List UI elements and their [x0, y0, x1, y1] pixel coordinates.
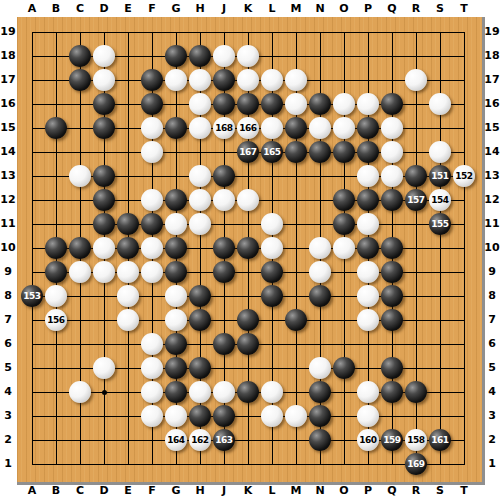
white-stone-M3[interactable]	[285, 405, 307, 427]
black-stone-R12[interactable]: 157	[405, 189, 427, 211]
row-label-left-6: 6	[0, 338, 17, 350]
column-label-bottom-D: D	[95, 485, 113, 497]
black-stone-G5[interactable]	[165, 357, 187, 379]
black-stone-F16[interactable]	[141, 93, 163, 115]
black-stone-S11[interactable]: 155	[429, 213, 451, 235]
white-stone-P16[interactable]	[357, 93, 379, 115]
move-number-label: 155	[431, 220, 448, 229]
white-stone-F14[interactable]	[141, 141, 163, 163]
white-stone-F9[interactable]	[141, 261, 163, 283]
black-stone-O12[interactable]	[333, 189, 355, 211]
white-stone-N10[interactable]	[309, 237, 331, 259]
column-label-top-G: G	[167, 3, 185, 15]
column-label-bottom-G: G	[167, 485, 185, 497]
white-stone-D18[interactable]	[93, 45, 115, 67]
black-stone-F11[interactable]	[141, 213, 163, 235]
white-stone-J4[interactable]	[213, 381, 235, 403]
white-stone-D10[interactable]	[93, 237, 115, 259]
white-stone-O10[interactable]	[333, 237, 355, 259]
black-stone-O5[interactable]	[333, 357, 355, 379]
white-stone-P3[interactable]	[357, 405, 379, 427]
white-stone-G7[interactable]	[165, 309, 187, 331]
black-stone-C17[interactable]	[69, 69, 91, 91]
white-stone-G3[interactable]	[165, 405, 187, 427]
black-stone-B9[interactable]	[45, 261, 67, 283]
move-number-label: 165	[263, 148, 280, 157]
white-stone-J12[interactable]	[213, 189, 235, 211]
move-number-label: 156	[47, 316, 64, 325]
column-label-top-P: P	[359, 3, 377, 15]
black-stone-C18[interactable]	[69, 45, 91, 67]
white-stone-H15[interactable]	[189, 117, 211, 139]
black-stone-D16[interactable]	[93, 93, 115, 115]
black-stone-K10[interactable]	[237, 237, 259, 259]
move-number-label: 164	[167, 436, 184, 445]
white-stone-L4[interactable]	[261, 381, 283, 403]
white-stone-F3[interactable]	[141, 405, 163, 427]
black-stone-L16[interactable]	[261, 93, 283, 115]
black-stone-G9[interactable]	[165, 261, 187, 283]
black-stone-K4[interactable]	[237, 381, 259, 403]
white-stone-P8[interactable]	[357, 285, 379, 307]
column-label-bottom-H: H	[191, 485, 209, 497]
column-label-top-H: H	[191, 3, 209, 15]
row-label-left-1: 1	[0, 458, 17, 470]
black-stone-Q4[interactable]	[381, 381, 403, 403]
move-number-label: 159	[383, 436, 400, 445]
white-stone-H4[interactable]	[189, 381, 211, 403]
white-stone-E8[interactable]	[117, 285, 139, 307]
row-label-left-12: 12	[0, 194, 17, 206]
column-label-top-B: B	[47, 3, 65, 15]
white-stone-K18[interactable]	[237, 45, 259, 67]
white-stone-F15[interactable]	[141, 117, 163, 139]
column-label-top-T: T	[455, 3, 473, 15]
black-stone-J10[interactable]	[213, 237, 235, 259]
column-label-top-S: S	[431, 3, 449, 15]
white-stone-P9[interactable]	[357, 261, 379, 283]
move-number-label: 154	[431, 196, 448, 205]
white-stone-N5[interactable]	[309, 357, 331, 379]
row-label-left-5: 5	[0, 362, 17, 374]
white-stone-N15[interactable]	[309, 117, 331, 139]
black-stone-C10[interactable]	[69, 237, 91, 259]
black-stone-B10[interactable]	[45, 237, 67, 259]
black-stone-J13[interactable]	[213, 165, 235, 187]
column-label-bottom-N: N	[311, 485, 329, 497]
column-label-bottom-Q: Q	[383, 485, 401, 497]
black-stone-Q5[interactable]	[381, 357, 403, 379]
white-stone-P13[interactable]	[357, 165, 379, 187]
black-stone-M15[interactable]	[285, 117, 307, 139]
column-label-top-D: D	[95, 3, 113, 15]
go-app-window: ABCDEFGHJKLMNOPQRST ABCDEFGHJKLMNOPQRST …	[0, 0, 500, 500]
column-label-bottom-R: R	[407, 485, 425, 497]
white-stone-S14[interactable]	[429, 141, 451, 163]
row-label-right-4: 4	[483, 386, 500, 398]
row-label-right-16: 16	[483, 98, 500, 110]
black-stone-O11[interactable]	[333, 213, 355, 235]
row-label-left-10: 10	[0, 242, 17, 254]
move-number-label: 151	[431, 172, 448, 181]
black-stone-N16[interactable]	[309, 93, 331, 115]
row-label-left-18: 18	[0, 50, 17, 62]
black-stone-J16[interactable]	[213, 93, 235, 115]
row-label-left-2: 2	[0, 434, 17, 446]
column-label-bottom-P: P	[359, 485, 377, 497]
column-label-bottom-O: O	[335, 485, 353, 497]
row-label-right-2: 2	[483, 434, 500, 446]
row-label-right-3: 3	[483, 410, 500, 422]
black-stone-Q10[interactable]	[381, 237, 403, 259]
move-number-label: 167	[239, 148, 256, 157]
black-stone-G10[interactable]	[165, 237, 187, 259]
row-label-right-8: 8	[483, 290, 500, 302]
white-stone-K15[interactable]: 166	[237, 117, 259, 139]
white-stone-G2[interactable]: 164	[165, 429, 187, 451]
white-stone-M16[interactable]	[285, 93, 307, 115]
black-stone-L8[interactable]	[261, 285, 283, 307]
row-label-right-13: 13	[483, 170, 500, 182]
row-label-left-16: 16	[0, 98, 17, 110]
black-stone-L9[interactable]	[261, 261, 283, 283]
black-stone-G15[interactable]	[165, 117, 187, 139]
black-stone-H5[interactable]	[189, 357, 211, 379]
column-label-top-J: J	[215, 3, 233, 15]
white-stone-T13[interactable]: 152	[453, 165, 475, 187]
black-stone-L14[interactable]: 165	[261, 141, 283, 163]
column-label-bottom-E: E	[119, 485, 137, 497]
column-label-bottom-M: M	[287, 485, 305, 497]
white-stone-K12[interactable]	[237, 189, 259, 211]
black-stone-Q2[interactable]: 159	[381, 429, 403, 451]
black-stone-S13[interactable]: 151	[429, 165, 451, 187]
row-label-left-17: 17	[0, 74, 17, 86]
white-stone-L10[interactable]	[261, 237, 283, 259]
white-stone-E9[interactable]	[117, 261, 139, 283]
column-label-top-R: R	[407, 3, 425, 15]
black-stone-H8[interactable]	[189, 285, 211, 307]
go-board[interactable]: 1681661671651511521571541551531561641621…	[17, 17, 485, 485]
column-label-top-N: N	[311, 3, 329, 15]
black-stone-Q8[interactable]	[381, 285, 403, 307]
white-stone-N9[interactable]	[309, 261, 331, 283]
black-stone-Q16[interactable]	[381, 93, 403, 115]
row-label-right-17: 17	[483, 74, 500, 86]
white-stone-H17[interactable]	[189, 69, 211, 91]
white-stone-L11[interactable]	[261, 213, 283, 235]
black-stone-K7[interactable]	[237, 309, 259, 331]
white-stone-O15[interactable]	[333, 117, 355, 139]
row-label-left-4: 4	[0, 386, 17, 398]
black-stone-K6[interactable]	[237, 333, 259, 355]
black-stone-M14[interactable]	[285, 141, 307, 163]
white-stone-D17[interactable]	[93, 69, 115, 91]
white-stone-P4[interactable]	[357, 381, 379, 403]
move-number-label: 169	[407, 460, 424, 469]
row-label-right-15: 15	[483, 122, 500, 134]
black-stone-Q9[interactable]	[381, 261, 403, 283]
black-stone-E11[interactable]	[117, 213, 139, 235]
black-stone-B15[interactable]	[45, 117, 67, 139]
black-stone-J6[interactable]	[213, 333, 235, 355]
black-stone-G18[interactable]	[165, 45, 187, 67]
hoshi-point	[102, 390, 107, 395]
row-label-right-18: 18	[483, 50, 500, 62]
black-stone-D13[interactable]	[93, 165, 115, 187]
column-label-top-F: F	[143, 3, 161, 15]
black-stone-S2[interactable]: 161	[429, 429, 451, 451]
white-stone-S12[interactable]: 154	[429, 189, 451, 211]
white-stone-H13[interactable]	[189, 165, 211, 187]
black-stone-M7[interactable]	[285, 309, 307, 331]
black-stone-N4[interactable]	[309, 381, 331, 403]
row-label-right-6: 6	[483, 338, 500, 350]
row-label-right-10: 10	[483, 242, 500, 254]
black-stone-P14[interactable]	[357, 141, 379, 163]
black-stone-Q7[interactable]	[381, 309, 403, 331]
move-number-label: 162	[191, 436, 208, 445]
white-stone-P11[interactable]	[357, 213, 379, 235]
white-stone-M17[interactable]	[285, 69, 307, 91]
white-stone-L3[interactable]	[261, 405, 283, 427]
white-stone-Q15[interactable]	[381, 117, 403, 139]
move-number-label: 166	[239, 124, 256, 133]
white-stone-H11[interactable]	[189, 213, 211, 235]
move-number-label: 160	[359, 436, 376, 445]
column-label-bottom-J: J	[215, 485, 233, 497]
row-label-left-9: 9	[0, 266, 17, 278]
row-label-left-3: 3	[0, 410, 17, 422]
white-stone-R2[interactable]: 158	[405, 429, 427, 451]
move-number-label: 158	[407, 436, 424, 445]
black-stone-P12[interactable]	[357, 189, 379, 211]
move-number-label: 157	[407, 196, 424, 205]
black-stone-P15[interactable]	[357, 117, 379, 139]
white-stone-F4[interactable]	[141, 381, 163, 403]
move-number-label: 161	[431, 436, 448, 445]
move-number-label: 163	[215, 436, 232, 445]
row-label-left-13: 13	[0, 170, 17, 182]
white-stone-F10[interactable]	[141, 237, 163, 259]
row-label-left-11: 11	[0, 218, 17, 230]
black-stone-N14[interactable]	[309, 141, 331, 163]
white-stone-D5[interactable]	[93, 357, 115, 379]
black-stone-N8[interactable]	[309, 285, 331, 307]
black-stone-G12[interactable]	[165, 189, 187, 211]
column-label-top-A: A	[23, 3, 41, 15]
column-label-bottom-S: S	[431, 485, 449, 497]
black-stone-D11[interactable]	[93, 213, 115, 235]
white-stone-F12[interactable]	[141, 189, 163, 211]
row-label-left-8: 8	[0, 290, 17, 302]
black-stone-R1[interactable]: 169	[405, 453, 427, 475]
row-label-left-7: 7	[0, 314, 17, 326]
white-stone-G17[interactable]	[165, 69, 187, 91]
column-label-bottom-A: A	[23, 485, 41, 497]
white-stone-E7[interactable]	[117, 309, 139, 331]
black-stone-J2[interactable]: 163	[213, 429, 235, 451]
column-label-top-Q: Q	[383, 3, 401, 15]
row-label-right-19: 19	[483, 26, 500, 38]
row-label-right-11: 11	[483, 218, 500, 230]
black-stone-F17[interactable]	[141, 69, 163, 91]
white-stone-J18[interactable]	[213, 45, 235, 67]
row-label-right-14: 14	[483, 146, 500, 158]
white-stone-G11[interactable]	[165, 213, 187, 235]
black-stone-E10[interactable]	[117, 237, 139, 259]
white-stone-H12[interactable]	[189, 189, 211, 211]
black-stone-A8[interactable]: 153	[21, 285, 43, 307]
row-label-left-15: 15	[0, 122, 17, 134]
row-label-right-7: 7	[483, 314, 500, 326]
white-stone-Q13[interactable]	[381, 165, 403, 187]
column-label-bottom-B: B	[47, 485, 65, 497]
white-stone-K17[interactable]	[237, 69, 259, 91]
white-stone-B7[interactable]: 156	[45, 309, 67, 331]
column-label-bottom-F: F	[143, 485, 161, 497]
black-stone-H3[interactable]	[189, 405, 211, 427]
row-label-right-12: 12	[483, 194, 500, 206]
column-label-bottom-L: L	[263, 485, 281, 497]
white-stone-P2[interactable]: 160	[357, 429, 379, 451]
black-stone-Q12[interactable]	[381, 189, 403, 211]
black-stone-G4[interactable]	[165, 381, 187, 403]
column-label-top-M: M	[287, 3, 305, 15]
black-stone-H7[interactable]	[189, 309, 211, 331]
white-stone-C9[interactable]	[69, 261, 91, 283]
move-number-label: 152	[455, 172, 472, 181]
column-label-top-E: E	[119, 3, 137, 15]
white-stone-G8[interactable]	[165, 285, 187, 307]
column-label-top-C: C	[71, 3, 89, 15]
white-stone-L15[interactable]	[261, 117, 283, 139]
column-label-top-K: K	[239, 3, 257, 15]
white-stone-P7[interactable]	[357, 309, 379, 331]
black-stone-R13[interactable]	[405, 165, 427, 187]
row-label-left-14: 14	[0, 146, 17, 158]
black-stone-P10[interactable]	[357, 237, 379, 259]
black-stone-D12[interactable]	[93, 189, 115, 211]
row-label-right-9: 9	[483, 266, 500, 278]
white-stone-R17[interactable]	[405, 69, 427, 91]
white-stone-J15[interactable]: 168	[213, 117, 235, 139]
black-stone-N2[interactable]	[309, 429, 331, 451]
white-stone-C13[interactable]	[69, 165, 91, 187]
column-label-bottom-C: C	[71, 485, 89, 497]
white-stone-F6[interactable]	[141, 333, 163, 355]
black-stone-N3[interactable]	[309, 405, 331, 427]
row-label-left-19: 19	[0, 26, 17, 38]
column-label-top-O: O	[335, 3, 353, 15]
row-label-right-5: 5	[483, 362, 500, 374]
white-stone-B8[interactable]	[45, 285, 67, 307]
white-stone-F5[interactable]	[141, 357, 163, 379]
move-number-label: 168	[215, 124, 232, 133]
white-stone-D9[interactable]	[93, 261, 115, 283]
column-label-bottom-T: T	[455, 485, 473, 497]
white-stone-H2[interactable]: 162	[189, 429, 211, 451]
black-stone-J17[interactable]	[213, 69, 235, 91]
white-stone-C4[interactable]	[69, 381, 91, 403]
white-stone-S16[interactable]	[429, 93, 451, 115]
black-stone-H18[interactable]	[189, 45, 211, 67]
black-stone-D15[interactable]	[93, 117, 115, 139]
black-stone-K16[interactable]	[237, 93, 259, 115]
black-stone-O14[interactable]	[333, 141, 355, 163]
black-stone-J9[interactable]	[213, 261, 235, 283]
black-stone-J3[interactable]	[213, 405, 235, 427]
column-label-top-L: L	[263, 3, 281, 15]
white-stone-Q14[interactable]	[381, 141, 403, 163]
black-stone-R4[interactable]	[405, 381, 427, 403]
row-label-right-1: 1	[483, 458, 500, 470]
white-stone-H16[interactable]	[189, 93, 211, 115]
column-label-bottom-K: K	[239, 485, 257, 497]
black-stone-G6[interactable]	[165, 333, 187, 355]
move-number-label: 153	[23, 292, 40, 301]
black-stone-K14[interactable]: 167	[237, 141, 259, 163]
white-stone-O16[interactable]	[333, 93, 355, 115]
white-stone-L17[interactable]	[261, 69, 283, 91]
